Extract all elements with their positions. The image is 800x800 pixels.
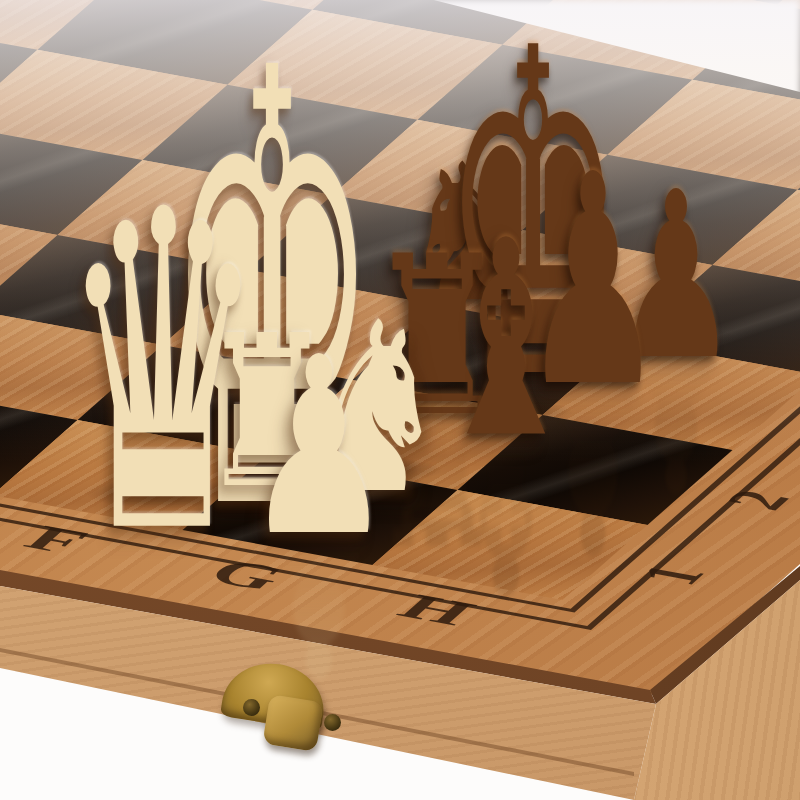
white-pawn: ♟ (244, 325, 393, 570)
chess-photo-scene: ABCDEFGH12345678 ♞♚♟♟♟♟♜♜♝♝♚♜♞♛♟♟ (0, 0, 800, 800)
black-bishop: ♝ (431, 205, 581, 475)
white-queen: ♛ (60, 154, 265, 594)
latch-screw-right (324, 714, 341, 731)
